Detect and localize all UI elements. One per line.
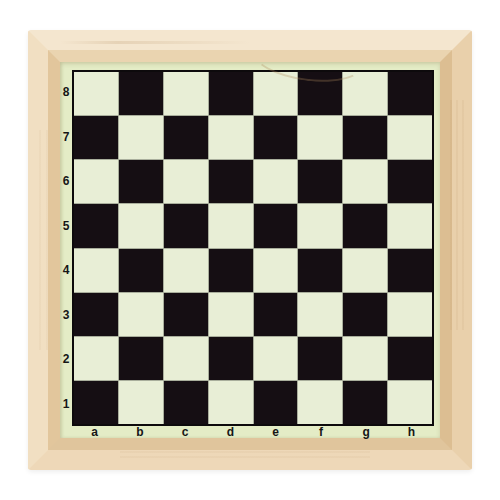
square-c4[interactable]	[164, 249, 208, 292]
square-d7[interactable]	[209, 116, 253, 159]
square-c5[interactable]	[164, 204, 208, 247]
chess-board	[72, 70, 434, 426]
file-label-d: d	[208, 426, 253, 438]
square-h8[interactable]	[388, 72, 432, 115]
square-c8[interactable]	[164, 72, 208, 115]
square-g7[interactable]	[343, 116, 387, 159]
square-b5[interactable]	[119, 204, 163, 247]
square-d5[interactable]	[209, 204, 253, 247]
square-g2[interactable]	[343, 337, 387, 380]
rank-label-4: 4	[60, 248, 72, 293]
rank-label-3: 3	[60, 293, 72, 338]
square-e2[interactable]	[254, 337, 298, 380]
square-d1[interactable]	[209, 381, 253, 424]
square-a6[interactable]	[74, 160, 118, 203]
square-d2[interactable]	[209, 337, 253, 380]
square-b4[interactable]	[119, 249, 163, 292]
file-label-b: b	[117, 426, 162, 438]
square-h2[interactable]	[388, 337, 432, 380]
wooden-frame-bevel: 87654321 abcdefgh	[48, 50, 452, 450]
square-a2[interactable]	[74, 337, 118, 380]
square-f6[interactable]	[298, 160, 342, 203]
rank-label-6: 6	[60, 159, 72, 204]
square-g5[interactable]	[343, 204, 387, 247]
square-d4[interactable]	[209, 249, 253, 292]
square-c1[interactable]	[164, 381, 208, 424]
square-c2[interactable]	[164, 337, 208, 380]
square-h6[interactable]	[388, 160, 432, 203]
square-h5[interactable]	[388, 204, 432, 247]
square-h1[interactable]	[388, 381, 432, 424]
rank-label-8: 8	[60, 70, 72, 115]
square-e6[interactable]	[254, 160, 298, 203]
rank-label-1: 1	[60, 382, 72, 427]
file-coordinates: abcdefgh	[72, 426, 434, 438]
rank-label-2: 2	[60, 337, 72, 382]
square-e4[interactable]	[254, 249, 298, 292]
square-b3[interactable]	[119, 293, 163, 336]
file-label-c: c	[163, 426, 208, 438]
square-c7[interactable]	[164, 116, 208, 159]
rank-coordinates: 87654321	[60, 70, 72, 426]
square-h4[interactable]	[388, 249, 432, 292]
square-b7[interactable]	[119, 116, 163, 159]
square-e7[interactable]	[254, 116, 298, 159]
square-f5[interactable]	[298, 204, 342, 247]
square-f8[interactable]	[298, 72, 342, 115]
square-f4[interactable]	[298, 249, 342, 292]
square-e8[interactable]	[254, 72, 298, 115]
square-c3[interactable]	[164, 293, 208, 336]
square-e3[interactable]	[254, 293, 298, 336]
square-f2[interactable]	[298, 337, 342, 380]
square-a5[interactable]	[74, 204, 118, 247]
square-a4[interactable]	[74, 249, 118, 292]
square-g3[interactable]	[343, 293, 387, 336]
square-d3[interactable]	[209, 293, 253, 336]
square-c6[interactable]	[164, 160, 208, 203]
square-h3[interactable]	[388, 293, 432, 336]
rank-label-7: 7	[60, 115, 72, 160]
square-b6[interactable]	[119, 160, 163, 203]
file-label-f: f	[298, 426, 343, 438]
file-label-g: g	[344, 426, 389, 438]
square-b2[interactable]	[119, 337, 163, 380]
square-e5[interactable]	[254, 204, 298, 247]
product-photo-background: 87654321 abcdefgh	[0, 0, 500, 500]
square-f7[interactable]	[298, 116, 342, 159]
square-d6[interactable]	[209, 160, 253, 203]
square-a3[interactable]	[74, 293, 118, 336]
file-label-a: a	[72, 426, 117, 438]
square-a1[interactable]	[74, 381, 118, 424]
square-g4[interactable]	[343, 249, 387, 292]
file-label-h: h	[389, 426, 434, 438]
square-g8[interactable]	[343, 72, 387, 115]
square-f1[interactable]	[298, 381, 342, 424]
square-e1[interactable]	[254, 381, 298, 424]
square-a7[interactable]	[74, 116, 118, 159]
square-h7[interactable]	[388, 116, 432, 159]
wooden-frame: 87654321 abcdefgh	[28, 30, 472, 470]
square-g6[interactable]	[343, 160, 387, 203]
square-b1[interactable]	[119, 381, 163, 424]
square-g1[interactable]	[343, 381, 387, 424]
square-d8[interactable]	[209, 72, 253, 115]
rank-label-5: 5	[60, 204, 72, 249]
square-b8[interactable]	[119, 72, 163, 115]
board-surface: 87654321 abcdefgh	[60, 62, 440, 438]
file-label-e: e	[253, 426, 298, 438]
square-f3[interactable]	[298, 293, 342, 336]
square-a8[interactable]	[74, 72, 118, 115]
